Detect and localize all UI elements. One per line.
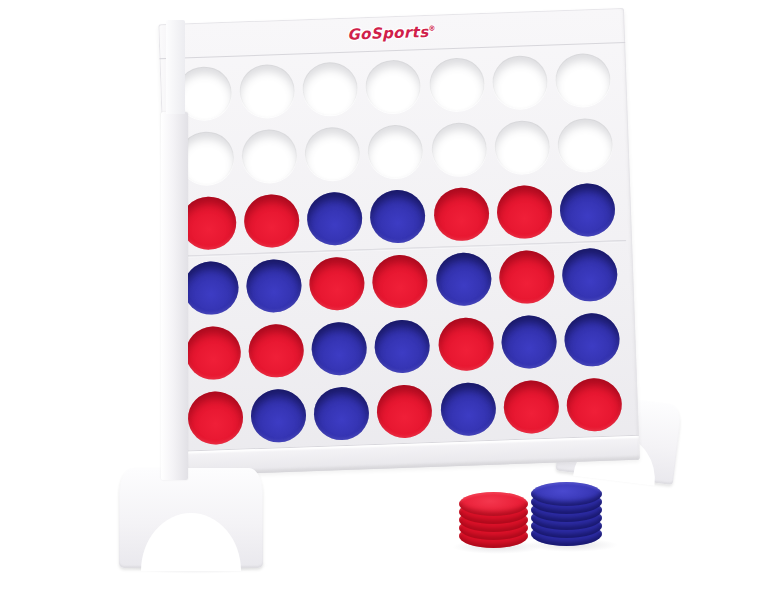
cell-r6c3[interactable]	[311, 383, 371, 445]
cell-r1c2[interactable]	[237, 60, 297, 122]
blue-disc	[562, 247, 619, 302]
empty-hole	[365, 59, 422, 114]
blue-disc	[559, 182, 616, 237]
cell-r6c5[interactable]	[438, 379, 498, 441]
cell-r5c2[interactable]	[246, 320, 306, 382]
red-disc	[187, 391, 244, 446]
cell-r4c3[interactable]	[307, 253, 367, 315]
empty-hole	[367, 124, 424, 179]
cell-r6c4[interactable]	[375, 381, 435, 443]
empty-hole	[304, 126, 361, 181]
left-arched-foot	[119, 468, 263, 568]
blue-disc	[435, 252, 492, 307]
empty-hole	[492, 54, 549, 109]
cell-r2c3[interactable]	[302, 122, 362, 184]
cell-r5c7[interactable]	[562, 309, 622, 371]
cell-r1c7[interactable]	[553, 48, 613, 110]
blue-disc	[440, 382, 497, 437]
gosports-logo-text: GoSports	[347, 23, 429, 44]
cell-r5c4[interactable]	[372, 316, 432, 378]
cell-r5c6[interactable]	[499, 311, 559, 373]
cell-r1c6[interactable]	[490, 51, 550, 113]
red-disc	[377, 384, 434, 439]
empty-hole	[239, 63, 296, 118]
blue-disc	[306, 191, 363, 246]
cell-r2c4[interactable]	[366, 120, 426, 182]
red-disc	[309, 256, 366, 311]
cell-r3c5[interactable]	[431, 183, 491, 245]
cell-r4c6[interactable]	[497, 246, 557, 308]
cell-r2c5[interactable]	[429, 118, 489, 180]
cell-r5c3[interactable]	[309, 318, 369, 380]
blue-disc	[311, 321, 368, 376]
blue-disc	[313, 387, 370, 442]
cell-r1c3[interactable]	[300, 57, 360, 119]
gosports-logo: GoSports®	[347, 23, 436, 44]
cell-r3c7[interactable]	[558, 179, 618, 241]
cell-r4c2[interactable]	[244, 255, 304, 317]
empty-hole	[302, 61, 359, 116]
red-disc	[180, 196, 237, 251]
blue-disc	[250, 389, 307, 444]
cell-r5c5[interactable]	[436, 313, 496, 375]
left-support-post	[161, 112, 188, 480]
cell-r2c2[interactable]	[239, 125, 299, 187]
red-disc	[496, 185, 553, 240]
empty-hole	[494, 119, 551, 174]
red-disc	[437, 317, 494, 372]
stacked-disc	[531, 482, 602, 506]
blue-disc-stack[interactable]	[531, 474, 602, 546]
cell-r3c4[interactable]	[368, 185, 428, 247]
product-photo-scene: GoSports®	[0, 0, 768, 594]
empty-hole	[428, 57, 485, 112]
cell-r6c1[interactable]	[185, 387, 245, 449]
cell-r3c3[interactable]	[305, 188, 365, 250]
cell-r3c2[interactable]	[241, 190, 301, 252]
cell-r1c4[interactable]	[363, 55, 423, 117]
cell-r4c4[interactable]	[370, 250, 430, 312]
cell-r4c7[interactable]	[560, 244, 620, 306]
red-disc	[503, 380, 560, 435]
cell-r1c5[interactable]	[427, 53, 487, 115]
blue-disc	[370, 189, 427, 244]
empty-hole	[557, 117, 614, 172]
red-disc	[566, 378, 623, 433]
connect-four-board: GoSports®	[158, 8, 639, 476]
registered-mark: ®	[428, 25, 436, 33]
cell-r4c1[interactable]	[180, 257, 240, 319]
red-disc	[498, 250, 555, 305]
cell-r2c6[interactable]	[492, 116, 552, 178]
red-disc	[433, 187, 490, 242]
red-disc	[248, 324, 305, 379]
stacked-disc	[459, 492, 528, 516]
cell-r2c7[interactable]	[555, 114, 615, 176]
cell-r4c5[interactable]	[433, 248, 493, 310]
blue-disc	[501, 315, 558, 370]
blue-disc	[182, 261, 239, 316]
empty-hole	[431, 122, 488, 177]
blue-disc	[374, 319, 431, 374]
red-disc	[185, 326, 242, 381]
blue-disc	[245, 259, 302, 314]
blue-disc	[564, 313, 621, 368]
cell-r6c6[interactable]	[501, 376, 561, 438]
cell-r6c2[interactable]	[248, 385, 308, 447]
red-disc	[243, 193, 300, 248]
red-disc-stack[interactable]	[459, 488, 528, 548]
empty-hole	[555, 52, 612, 107]
cell-r6c7[interactable]	[564, 374, 624, 436]
red-disc	[372, 254, 429, 309]
cell-r3c6[interactable]	[494, 181, 554, 243]
cell-r5c1[interactable]	[183, 322, 243, 384]
empty-hole	[241, 128, 298, 183]
